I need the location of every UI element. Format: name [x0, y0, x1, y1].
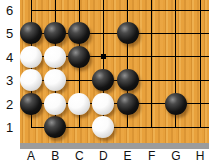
black-stone-E5[interactable] [117, 22, 139, 44]
black-stone-C4[interactable] [68, 46, 90, 68]
white-stone-D2[interactable] [92, 93, 114, 115]
white-stone-B2[interactable] [44, 93, 66, 115]
black-stone-G2[interactable] [165, 93, 187, 115]
go-app-screen: 654321 ABCDEFGH [0, 0, 209, 164]
black-stone-D3[interactable] [92, 69, 114, 91]
column-label-G: G [171, 149, 180, 163]
column-label-C: C [75, 149, 84, 163]
white-stone-A3[interactable] [20, 69, 42, 91]
black-stone-C5[interactable] [68, 22, 90, 44]
column-label-D: D [99, 149, 108, 163]
black-stone-A2[interactable] [20, 93, 42, 115]
go-board[interactable] [20, 0, 209, 143]
white-stone-A4[interactable] [20, 46, 42, 68]
black-stone-A5[interactable] [20, 22, 42, 44]
black-stone-E2[interactable] [117, 93, 139, 115]
black-stone-B5[interactable] [44, 22, 66, 44]
white-stone-B4[interactable] [44, 46, 66, 68]
white-stone-B3[interactable] [44, 69, 66, 91]
star-point-D4 [101, 54, 106, 59]
white-stone-C2[interactable] [68, 93, 90, 115]
black-stone-B1[interactable] [44, 116, 66, 138]
row-label-1: 1 [0, 120, 19, 135]
row-label-5: 5 [0, 26, 19, 41]
column-label-B: B [51, 149, 59, 163]
column-label-E: E [124, 149, 132, 163]
column-label-H: H [196, 149, 205, 163]
grid-line-vertical-F [151, 0, 152, 128]
row-label-6: 6 [0, 3, 19, 18]
grid-line-vertical-H [200, 0, 201, 128]
grid-line-horizontal-6 [31, 10, 210, 11]
row-label-4: 4 [0, 50, 19, 65]
board-shadow-bar [20, 143, 209, 149]
column-label-F: F [148, 149, 155, 163]
column-label-A: A [27, 149, 35, 163]
row-label-2: 2 [0, 97, 19, 112]
black-stone-E3[interactable] [117, 69, 139, 91]
white-stone-D1[interactable] [92, 116, 114, 138]
row-label-3: 3 [0, 73, 19, 88]
